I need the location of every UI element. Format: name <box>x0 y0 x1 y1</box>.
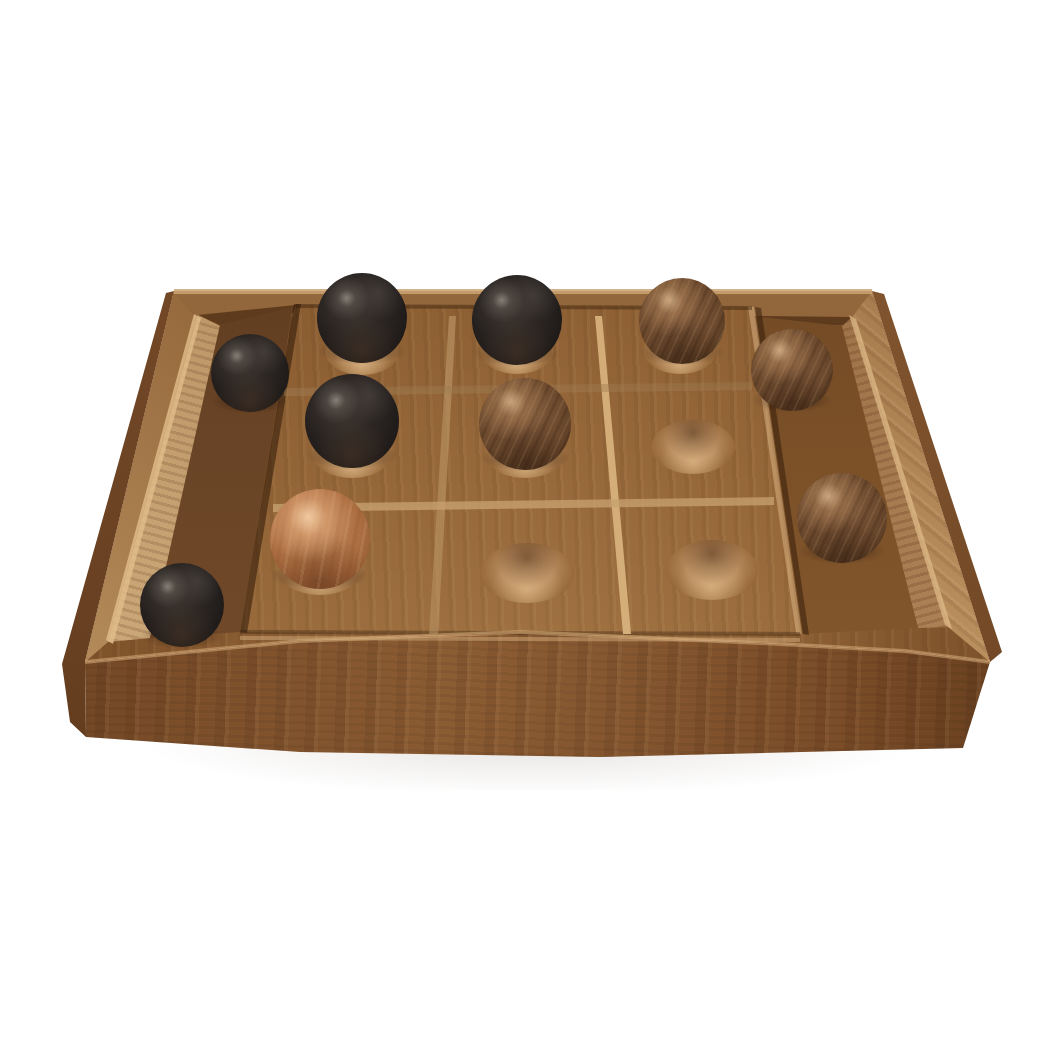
ball-O-g-r0c2[interactable] <box>639 278 725 364</box>
ball-X-t-left-1[interactable] <box>140 563 224 647</box>
dimple-1-2 <box>651 420 735 474</box>
ball-X-g-r1c0[interactable] <box>305 374 399 468</box>
ball-O-t-right-1[interactable] <box>797 473 887 563</box>
ball-O-g-r2c0[interactable] <box>270 489 370 589</box>
dimple-2-2 <box>666 540 758 600</box>
ball-O-t-right-0[interactable] <box>751 329 833 411</box>
ball-X-g-r0c0[interactable] <box>317 273 407 363</box>
ball-X-t-left-0[interactable] <box>211 334 289 412</box>
dimple-2-1 <box>480 543 574 603</box>
ball-X-g-r0c1[interactable] <box>472 275 562 365</box>
board-photo-stage <box>0 0 1050 1050</box>
ball-O-g-r1c1[interactable] <box>479 378 571 470</box>
